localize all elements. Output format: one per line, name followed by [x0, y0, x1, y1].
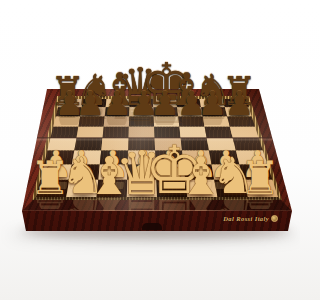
- brand-text: Dal Rossi Italy: [186, 214, 278, 224]
- chess-set-photo: ♜♜♞♞♝♝♛♛♚♚♝♝♞♞♜♜♟♟♟♟♟♟♟♟♟♟♟♟♟♟♟♟♟♟♟♟♟♟♟♟…: [0, 0, 300, 300]
- black-pawn-h7: ♟: [219, 87, 259, 120]
- front-edge-highlight: [22, 210, 292, 212]
- pieces-layer: ♜♜♞♞♝♝♛♛♚♚♝♝♞♞♜♜♟♟♟♟♟♟♟♟♟♟♟♟♟♟♟♟♟♟♟♟♟♟♟♟…: [0, 0, 300, 300]
- white-rook-h1: ♜: [233, 156, 288, 202]
- brand-label: Dal Rossi Italy: [223, 215, 269, 222]
- clasp-notch: [142, 223, 162, 230]
- brand-medallion-icon: [271, 215, 278, 222]
